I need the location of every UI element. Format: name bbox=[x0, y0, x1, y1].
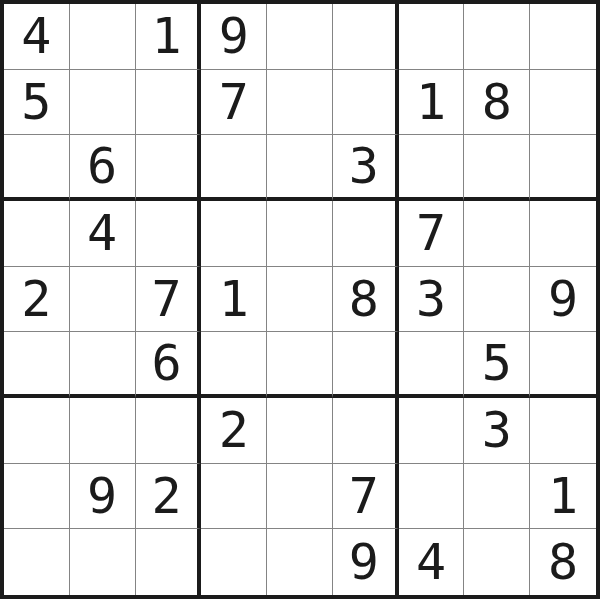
cell-r7c6[interactable] bbox=[333, 398, 399, 464]
cell-r4c6[interactable] bbox=[333, 201, 399, 267]
cell-r2c8[interactable]: 8 bbox=[464, 70, 530, 136]
cell-r4c5[interactable] bbox=[267, 201, 333, 267]
cell-r5c3[interactable]: 7 bbox=[136, 267, 202, 333]
sudoku-board: 4195718634727183965239271948 bbox=[0, 0, 600, 599]
cell-r5c2[interactable] bbox=[70, 267, 136, 333]
cell-r2c6[interactable] bbox=[333, 70, 399, 136]
cell-r6c9[interactable] bbox=[530, 332, 596, 398]
cell-r7c4[interactable]: 2 bbox=[201, 398, 267, 464]
cell-r6c3[interactable]: 6 bbox=[136, 332, 202, 398]
cell-r9c8[interactable] bbox=[464, 529, 530, 595]
cell-r8c4[interactable] bbox=[201, 464, 267, 530]
cell-r3c9[interactable] bbox=[530, 135, 596, 201]
cell-r5c6[interactable]: 8 bbox=[333, 267, 399, 333]
cell-r3c1[interactable] bbox=[4, 135, 70, 201]
cell-r6c6[interactable] bbox=[333, 332, 399, 398]
cell-r1c2[interactable] bbox=[70, 4, 136, 70]
cell-r5c4[interactable]: 1 bbox=[201, 267, 267, 333]
cell-r8c9[interactable]: 1 bbox=[530, 464, 596, 530]
cell-r2c3[interactable] bbox=[136, 70, 202, 136]
cell-r7c3[interactable] bbox=[136, 398, 202, 464]
cell-r5c7[interactable]: 3 bbox=[399, 267, 465, 333]
cell-r9c5[interactable] bbox=[267, 529, 333, 595]
cell-r2c9[interactable] bbox=[530, 70, 596, 136]
cell-r6c4[interactable] bbox=[201, 332, 267, 398]
cell-r2c4[interactable]: 7 bbox=[201, 70, 267, 136]
cell-r9c6[interactable]: 9 bbox=[333, 529, 399, 595]
cell-r9c1[interactable] bbox=[4, 529, 70, 595]
cell-r9c2[interactable] bbox=[70, 529, 136, 595]
cell-r6c8[interactable]: 5 bbox=[464, 332, 530, 398]
cell-r4c1[interactable] bbox=[4, 201, 70, 267]
cell-r4c8[interactable] bbox=[464, 201, 530, 267]
cell-r3c8[interactable] bbox=[464, 135, 530, 201]
cell-r1c4[interactable]: 9 bbox=[201, 4, 267, 70]
cell-r1c1[interactable]: 4 bbox=[4, 4, 70, 70]
cell-r1c3[interactable]: 1 bbox=[136, 4, 202, 70]
cell-r4c2[interactable]: 4 bbox=[70, 201, 136, 267]
cell-r9c3[interactable] bbox=[136, 529, 202, 595]
cell-r4c7[interactable]: 7 bbox=[399, 201, 465, 267]
cell-r3c3[interactable] bbox=[136, 135, 202, 201]
cell-r2c7[interactable]: 1 bbox=[399, 70, 465, 136]
cell-r1c5[interactable] bbox=[267, 4, 333, 70]
cell-r9c7[interactable]: 4 bbox=[399, 529, 465, 595]
cell-r4c4[interactable] bbox=[201, 201, 267, 267]
cell-r8c5[interactable] bbox=[267, 464, 333, 530]
cell-r8c1[interactable] bbox=[4, 464, 70, 530]
cell-r7c1[interactable] bbox=[4, 398, 70, 464]
cell-r5c8[interactable] bbox=[464, 267, 530, 333]
cell-r4c9[interactable] bbox=[530, 201, 596, 267]
cell-r6c1[interactable] bbox=[4, 332, 70, 398]
cell-r1c6[interactable] bbox=[333, 4, 399, 70]
cell-r8c8[interactable] bbox=[464, 464, 530, 530]
cell-r7c2[interactable] bbox=[70, 398, 136, 464]
cell-r5c1[interactable]: 2 bbox=[4, 267, 70, 333]
cell-r8c3[interactable]: 2 bbox=[136, 464, 202, 530]
cell-r3c7[interactable] bbox=[399, 135, 465, 201]
cell-r3c4[interactable] bbox=[201, 135, 267, 201]
cell-r6c7[interactable] bbox=[399, 332, 465, 398]
cell-r1c9[interactable] bbox=[530, 4, 596, 70]
cell-r3c5[interactable] bbox=[267, 135, 333, 201]
cell-r6c2[interactable] bbox=[70, 332, 136, 398]
cell-r2c2[interactable] bbox=[70, 70, 136, 136]
cell-r8c2[interactable]: 9 bbox=[70, 464, 136, 530]
cell-r7c8[interactable]: 3 bbox=[464, 398, 530, 464]
cell-r3c6[interactable]: 3 bbox=[333, 135, 399, 201]
cell-r9c4[interactable] bbox=[201, 529, 267, 595]
cell-r8c7[interactable] bbox=[399, 464, 465, 530]
cell-r7c5[interactable] bbox=[267, 398, 333, 464]
cell-r6c5[interactable] bbox=[267, 332, 333, 398]
cell-r9c9[interactable]: 8 bbox=[530, 529, 596, 595]
cell-r1c8[interactable] bbox=[464, 4, 530, 70]
cell-r8c6[interactable]: 7 bbox=[333, 464, 399, 530]
cell-r7c7[interactable] bbox=[399, 398, 465, 464]
cell-r5c9[interactable]: 9 bbox=[530, 267, 596, 333]
cell-r2c1[interactable]: 5 bbox=[4, 70, 70, 136]
cell-r1c7[interactable] bbox=[399, 4, 465, 70]
cell-r5c5[interactable] bbox=[267, 267, 333, 333]
cell-r3c2[interactable]: 6 bbox=[70, 135, 136, 201]
cell-r7c9[interactable] bbox=[530, 398, 596, 464]
cell-r4c3[interactable] bbox=[136, 201, 202, 267]
cell-r2c5[interactable] bbox=[267, 70, 333, 136]
